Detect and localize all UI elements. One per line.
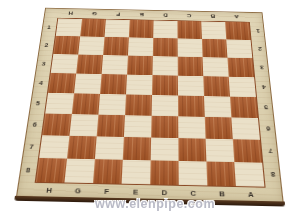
square-g8 <box>64 159 94 184</box>
square-h4 <box>48 73 76 93</box>
square-c5 <box>178 96 205 117</box>
rank-label-right-6: 6 <box>265 118 271 140</box>
square-e7 <box>123 137 151 160</box>
square-a4 <box>229 77 256 97</box>
square-h3 <box>51 54 78 73</box>
rank-label-left-2: 2 <box>43 36 49 54</box>
square-d5 <box>152 95 179 116</box>
square-e4 <box>126 75 152 95</box>
square-e3 <box>127 56 153 76</box>
file-label-top-d: D <box>154 13 178 18</box>
square-d7 <box>151 138 179 161</box>
file-label-top-c: C <box>177 13 201 18</box>
square-f3 <box>102 55 128 75</box>
square-b1 <box>201 21 226 39</box>
file-label-top-e: E <box>130 12 154 17</box>
square-f2 <box>103 37 129 56</box>
square-d8 <box>150 160 179 185</box>
file-label-top-h: H <box>59 11 83 16</box>
file-label-bottom-e: E <box>121 188 150 195</box>
square-a5 <box>230 97 258 118</box>
square-f8 <box>93 159 123 184</box>
square-a1 <box>225 22 250 40</box>
square-b7 <box>206 139 235 162</box>
square-g1 <box>80 19 106 37</box>
square-g3 <box>76 55 103 75</box>
file-label-bottom-d: D <box>150 189 179 196</box>
square-f7 <box>95 136 124 159</box>
square-a7 <box>233 139 262 162</box>
square-f5 <box>98 94 126 115</box>
file-label-bottom-h: H <box>34 187 64 194</box>
square-e6 <box>124 115 152 137</box>
rank-label-left-4: 4 <box>38 73 45 93</box>
square-c7 <box>178 138 206 161</box>
file-label-bottom-g: G <box>63 187 92 194</box>
square-e5 <box>125 94 152 115</box>
square-d6 <box>151 116 178 138</box>
square-h2 <box>53 36 80 55</box>
square-e1 <box>129 20 154 38</box>
product-photo: HGFEDCBA HGFEDCBA 12345678 12345678 www.… <box>0 0 300 216</box>
rank-label-left-5: 5 <box>34 93 41 114</box>
rank-label-right-1: 1 <box>255 23 260 41</box>
square-b6 <box>205 117 233 139</box>
photo-tilt-wrapper: HGFEDCBA HGFEDCBA 12345678 12345678 <box>0 0 300 216</box>
square-a6 <box>231 117 260 139</box>
square-a3 <box>227 58 254 78</box>
square-h7 <box>39 135 69 158</box>
rank-label-right-4: 4 <box>261 77 267 97</box>
square-c8 <box>179 161 208 186</box>
square-b8 <box>206 162 235 187</box>
square-h6 <box>42 114 72 136</box>
square-f4 <box>100 74 127 94</box>
square-f6 <box>97 115 125 137</box>
rank-label-left-8: 8 <box>24 158 32 182</box>
rank-label-left-1: 1 <box>46 18 52 35</box>
file-label-top-b: B <box>201 14 225 19</box>
rank-label-right-7: 7 <box>267 140 274 163</box>
file-label-bottom-f: F <box>92 188 121 195</box>
square-b2 <box>202 39 228 58</box>
square-h8 <box>36 158 67 182</box>
square-c2 <box>178 38 203 57</box>
square-g2 <box>78 36 104 55</box>
square-b3 <box>203 57 229 77</box>
square-g5 <box>72 93 100 114</box>
rank-label-left-3: 3 <box>41 54 48 73</box>
rank-label-right-5: 5 <box>263 97 269 118</box>
square-h1 <box>56 18 82 36</box>
chess-board: HGFEDCBA HGFEDCBA 12345678 12345678 <box>16 8 284 203</box>
square-e8 <box>122 160 151 185</box>
file-label-top-a: A <box>225 14 249 19</box>
rank-label-left-6: 6 <box>31 113 38 135</box>
square-g7 <box>67 136 97 159</box>
square-b5 <box>204 96 231 117</box>
square-a2 <box>226 39 252 58</box>
file-label-top-f: F <box>106 12 130 17</box>
square-c4 <box>178 76 204 96</box>
square-c3 <box>178 57 204 77</box>
square-h5 <box>45 93 74 114</box>
file-label-top-g: G <box>82 11 106 16</box>
square-d3 <box>152 56 177 76</box>
square-f1 <box>104 19 129 37</box>
square-a8 <box>234 162 264 187</box>
square-c6 <box>178 116 205 138</box>
square-g4 <box>74 74 102 94</box>
rank-label-right-8: 8 <box>269 163 276 187</box>
square-d4 <box>152 75 178 95</box>
watermark-text: www.elenpipe.com <box>95 197 215 211</box>
rank-label-left-7: 7 <box>28 135 35 158</box>
square-e2 <box>128 37 153 56</box>
board-squares <box>35 18 266 188</box>
rank-label-right-2: 2 <box>257 40 263 58</box>
square-d1 <box>153 20 177 38</box>
square-b4 <box>203 76 230 96</box>
rank-label-right-3: 3 <box>259 58 265 77</box>
square-c1 <box>177 21 201 39</box>
square-g6 <box>69 114 98 136</box>
file-label-bottom-c: C <box>179 190 208 197</box>
square-d2 <box>153 38 178 57</box>
file-label-bottom-a: A <box>236 191 265 198</box>
